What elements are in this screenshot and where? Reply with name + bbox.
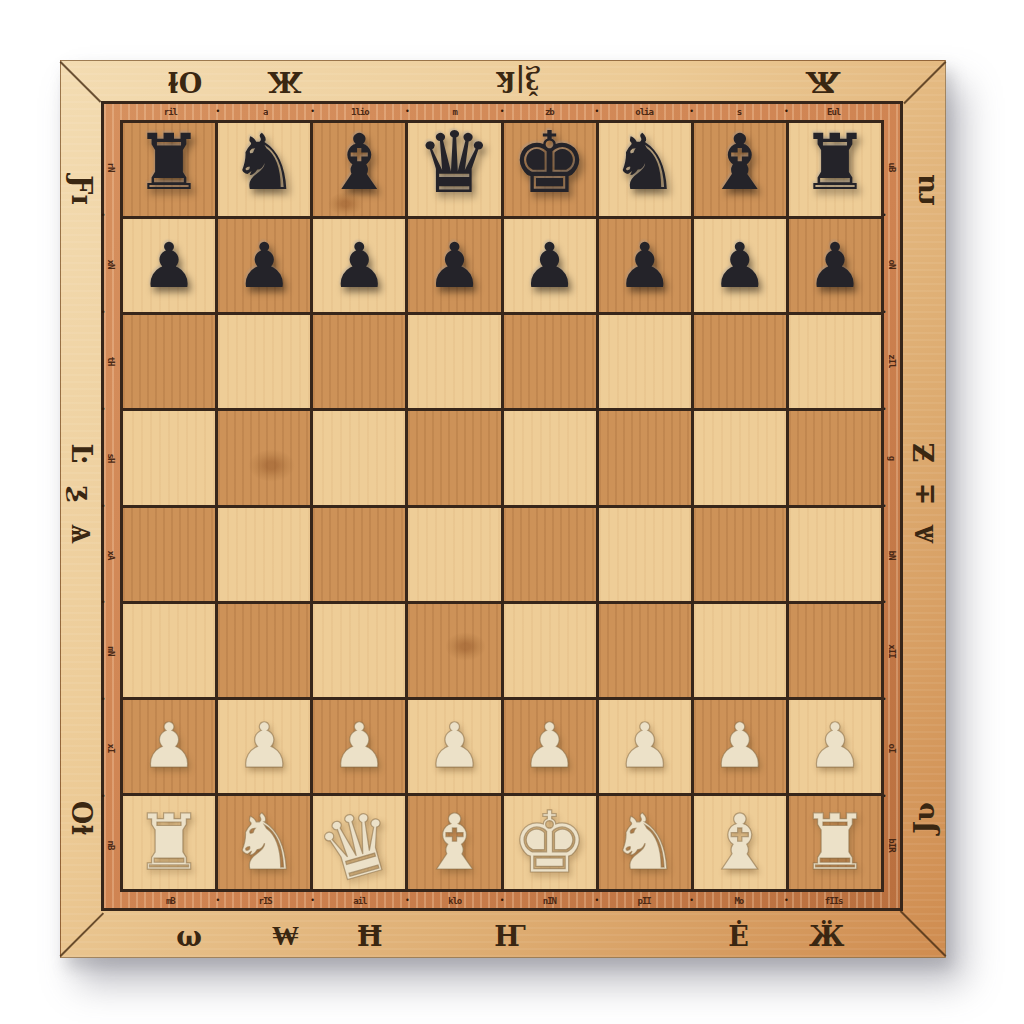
square-d8[interactable]: ♛ [408,123,500,216]
square-g6[interactable] [694,315,786,408]
piece-black-rook[interactable]: ♜ [135,124,204,201]
piece-white-pawn[interactable]: ♟ [427,715,483,777]
piece-black-bishop[interactable]: ♝ [705,124,774,201]
piece-black-bishop[interactable]: ♝ [325,124,394,201]
square-h3[interactable] [789,604,881,697]
piece-black-pawn[interactable]: ♟ [617,235,673,297]
square-a7[interactable]: ♟ [123,219,215,312]
square-h7[interactable]: ♟ [789,219,881,312]
stripe-tick: nIN [502,892,597,909]
piece-black-rook[interactable]: ♜ [800,124,869,201]
square-c2[interactable]: ♟ [313,700,405,793]
piece-black-knight[interactable]: ♞ [610,124,679,201]
square-a1[interactable]: ♜ [123,796,215,889]
stripe-tick: mB [123,892,218,909]
square-c1[interactable]: ♛ [313,796,405,889]
square-f5[interactable] [599,411,691,504]
square-f2[interactable]: ♟ [599,700,691,793]
square-e6[interactable] [504,315,596,408]
piece-black-pawn[interactable]: ♟ [807,235,863,297]
square-c4[interactable] [313,508,405,601]
square-b3[interactable] [218,604,310,697]
square-h1[interactable]: ♜ [789,796,881,889]
square-f7[interactable]: ♟ [599,219,691,312]
chess-photo-stage: OɫЖѮ|ƙѪ ω₩ĦҤĖӜ ƑɪĿƺѦOɫ ɾuƵ±ѦJʋ ril•a•1li… [0,0,1024,1024]
square-h2[interactable]: ♟ [789,700,881,793]
square-b4[interactable] [218,508,310,601]
square-b7[interactable]: ♟ [218,219,310,312]
piece-white-pawn[interactable]: ♟ [236,715,292,777]
piece-white-pawn[interactable]: ♟ [617,715,673,777]
square-c7[interactable]: ♟ [313,219,405,312]
piece-white-knight[interactable]: ♞ [230,804,299,881]
stripe-ticks-bottom: mB•rIS•ail•klo•nIN•pII•Mo•fIIs [123,892,881,909]
square-g1[interactable]: ♝ [694,796,786,889]
square-b2[interactable]: ♟ [218,700,310,793]
square-e4[interactable] [504,508,596,601]
piece-black-pawn[interactable]: ♟ [427,235,483,297]
piece-black-pawn[interactable]: ♟ [236,235,292,297]
square-d6[interactable] [408,315,500,408]
square-h6[interactable] [789,315,881,408]
square-b1[interactable]: ♞ [218,796,310,889]
piece-white-pawn[interactable]: ♟ [141,715,197,777]
square-e2[interactable]: ♟ [504,700,596,793]
square-d2[interactable]: ♟ [408,700,500,793]
square-a8[interactable]: ♜ [123,123,215,216]
square-f6[interactable] [599,315,691,408]
stripe-tick: fIIs [786,892,881,909]
piece-white-pawn[interactable]: ♟ [712,715,768,777]
piece-black-knight[interactable]: ♞ [230,124,299,201]
square-g4[interactable] [694,508,786,601]
square-f8[interactable]: ♞ [599,123,691,216]
piece-white-bishop[interactable]: ♝ [705,804,774,881]
square-d3[interactable] [408,604,500,697]
piece-white-rook[interactable]: ♜ [135,804,204,881]
piece-white-pawn[interactable]: ♟ [807,715,863,777]
piece-white-king[interactable]: ♚ [511,800,587,885]
piece-white-knight[interactable]: ♞ [610,804,679,881]
square-d5[interactable] [408,411,500,504]
piece-white-queen[interactable]: ♛ [309,795,406,898]
chessboard: OɫЖѮ|ƙѪ ω₩ĦҤĖӜ ƑɪĿƺѦOɫ ɾuƵ±ѦJʋ ril•a•1li… [60,60,946,958]
square-f3[interactable] [599,604,691,697]
square-a5[interactable] [123,411,215,504]
square-a2[interactable]: ♟ [123,700,215,793]
piece-black-king[interactable]: ♚ [511,120,587,205]
square-h5[interactable] [789,411,881,504]
square-c5[interactable] [313,411,405,504]
board-grid: ♜♞♝♛♚♞♝♜♟♟♟♟♟♟♟♟♟♟♟♟♟♟♟♟♜♞♛♝♚♞♝♜ [120,120,884,892]
square-a6[interactable] [123,315,215,408]
piece-white-rook[interactable]: ♜ [800,804,869,881]
square-g8[interactable]: ♝ [694,123,786,216]
square-f1[interactable]: ♞ [599,796,691,889]
square-e1[interactable]: ♚ [504,796,596,889]
frame-inner: ril•a•1lio•m•zb•olia•s•Eul mB•rIS•ail•kl… [61,61,945,957]
stripe-tick: klo [407,892,502,909]
square-c8[interactable]: ♝ [313,123,405,216]
stripe-tick: pII [597,892,692,909]
square-h8[interactable]: ♜ [789,123,881,216]
square-e8[interactable]: ♚ [504,123,596,216]
stripe-tick: rIS [218,892,313,909]
accent-stripe-border: ril•a•1lio•m•zb•olia•s•Eul mB•rIS•ail•kl… [101,101,903,911]
square-d7[interactable]: ♟ [408,219,500,312]
piece-black-pawn[interactable]: ♟ [522,235,578,297]
square-a4[interactable] [123,508,215,601]
piece-white-pawn[interactable]: ♟ [332,715,388,777]
piece-black-pawn[interactable]: ♟ [332,235,388,297]
square-g3[interactable] [694,604,786,697]
stripe-ticks-left: rN•xN•tH•sH•xA•mN•xI•nB [103,123,120,889]
square-e5[interactable] [504,411,596,504]
piece-white-bishop[interactable]: ♝ [420,804,489,881]
square-c6[interactable] [313,315,405,408]
square-f4[interactable] [599,508,691,601]
square-g2[interactable]: ♟ [694,700,786,793]
stripe-tick: Mo [692,892,787,909]
square-d4[interactable] [408,508,500,601]
square-e7[interactable]: ♟ [504,219,596,312]
square-c3[interactable] [313,604,405,697]
stripe-ticks-right: uB•oN•zIl•g•bN•xII•oI•bIR [884,123,901,889]
square-h4[interactable] [789,508,881,601]
square-b6[interactable] [218,315,310,408]
square-g5[interactable] [694,411,786,504]
square-g7[interactable]: ♟ [694,219,786,312]
square-e3[interactable] [504,604,596,697]
square-a3[interactable] [123,604,215,697]
piece-black-queen[interactable]: ♛ [416,120,492,205]
piece-black-pawn[interactable]: ♟ [141,235,197,297]
square-b5[interactable] [218,411,310,504]
square-d1[interactable]: ♝ [408,796,500,889]
square-b8[interactable]: ♞ [218,123,310,216]
piece-white-pawn[interactable]: ♟ [522,715,578,777]
piece-black-pawn[interactable]: ♟ [712,235,768,297]
